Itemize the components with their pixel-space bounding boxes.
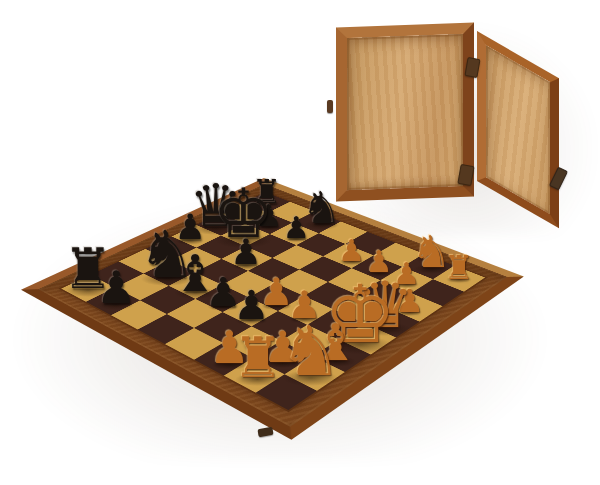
scene: ♜♞♞♜♟♟♟♟♟♛♚♟♟♟♛♟♟♚♞♝♟♟♝♟♞♜♟♟♜ [0, 0, 600, 485]
piece-box-base [336, 23, 474, 202]
piece-box-lid-interior [486, 45, 550, 214]
piece-box-lid [477, 31, 559, 228]
piece-box-base-interior [347, 34, 463, 190]
box-latch-icon [327, 100, 333, 113]
